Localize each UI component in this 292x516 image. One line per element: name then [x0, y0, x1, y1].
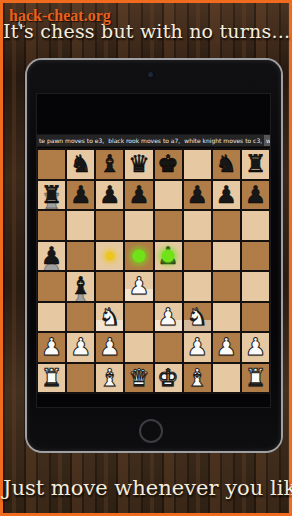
square-c2[interactable]: ♟ — [96, 333, 123, 362]
square-d5[interactable] — [125, 242, 152, 271]
white-pawn-e3[interactable]: ♟ — [155, 303, 182, 332]
square-e4[interactable] — [155, 272, 182, 301]
square-e7[interactable] — [155, 181, 182, 210]
square-c3[interactable]: ♞ — [96, 303, 123, 332]
square-e2[interactable] — [155, 333, 182, 362]
black-bishop-b4[interactable]: ♝ — [67, 272, 94, 301]
white-pawn-c2[interactable]: ♟ — [96, 333, 123, 362]
square-f2[interactable]: ♟ — [184, 333, 211, 362]
white-knight-c3[interactable]: ♞ — [96, 303, 123, 332]
square-a1[interactable]: ♜ — [38, 364, 65, 393]
white-pawn-a2[interactable]: ♟ — [38, 333, 65, 362]
square-a8[interactable] — [38, 150, 65, 179]
camera-dot-icon — [148, 72, 153, 77]
black-pawn-c7[interactable]: ♟ — [96, 181, 123, 210]
square-b1[interactable] — [67, 364, 94, 393]
square-d8[interactable]: ♛ — [125, 150, 152, 179]
move-hint-dot[interactable] — [105, 251, 114, 260]
black-pawn-f7[interactable]: ♟ — [184, 181, 211, 210]
move-log-entry: white knight moves to c3, — [182, 135, 264, 146]
white-rook-h1[interactable]: ♜ — [242, 364, 269, 393]
square-a3[interactable] — [38, 303, 65, 332]
square-d2[interactable] — [125, 333, 152, 362]
white-queen-d1[interactable]: ♛ — [125, 364, 152, 393]
move-hint-dot[interactable] — [162, 249, 175, 262]
square-a4[interactable] — [38, 272, 65, 301]
watermark-hack-cheat: hack-cheat.org — [9, 7, 111, 25]
square-b6[interactable] — [67, 211, 94, 240]
square-g3[interactable] — [213, 303, 240, 332]
square-f8[interactable] — [184, 150, 211, 179]
square-b2[interactable]: ♟ — [67, 333, 94, 362]
black-pawn-a5[interactable]: ♟ — [38, 242, 65, 271]
black-knight-g8[interactable]: ♞ — [213, 150, 240, 179]
square-h2[interactable]: ♟ — [242, 333, 269, 362]
white-rook-a1[interactable]: ♜ — [38, 364, 65, 393]
black-rook-a7[interactable]: ♜ — [38, 181, 65, 210]
square-d6[interactable] — [125, 211, 152, 240]
app-screenshot: C hack-cheat.org It's chess but with no … — [0, 0, 292, 516]
square-h6[interactable] — [242, 211, 269, 240]
black-king-e8[interactable]: ♚ — [155, 150, 182, 179]
square-e5[interactable]: ♟ — [155, 242, 182, 271]
square-a5[interactable]: ♟♟ — [38, 242, 65, 271]
tablet-device: te pawn moves to e3, black rook moves to… — [27, 60, 281, 451]
white-king-e1[interactable]: ♚ — [155, 364, 182, 393]
square-c7[interactable]: ♟ — [96, 181, 123, 210]
home-button[interactable] — [139, 419, 163, 443]
square-d1[interactable]: ♛ — [125, 364, 152, 393]
square-b3[interactable] — [67, 303, 94, 332]
black-pawn-b7[interactable]: ♟ — [67, 181, 94, 210]
chess-board[interactable]: ♞♝♛♚♞♜♜♜♟♟♟♟♟♟♟♟♟♝♝♟♞♟♞♟♟♟♟♟♟♜♝♛♚♝♜ — [37, 148, 270, 394]
square-b7[interactable]: ♟ — [67, 181, 94, 210]
square-d4[interactable]: ♟ — [125, 272, 152, 301]
square-e3[interactable]: ♟ — [155, 303, 182, 332]
square-f5[interactable] — [184, 242, 211, 271]
square-f3[interactable]: ♞ — [184, 303, 211, 332]
square-g4[interactable] — [213, 272, 240, 301]
square-h7[interactable]: ♟ — [242, 181, 269, 210]
white-bishop-f1[interactable]: ♝ — [184, 364, 211, 393]
black-knight-b8[interactable]: ♞ — [67, 150, 94, 179]
white-pawn-h2[interactable]: ♟ — [242, 333, 269, 362]
square-g8[interactable]: ♞ — [213, 150, 240, 179]
square-d3[interactable] — [125, 303, 152, 332]
white-pawn-g2[interactable]: ♟ — [213, 333, 240, 362]
square-b4[interactable]: ♝♝ — [67, 272, 94, 301]
square-a7[interactable]: ♜♜ — [38, 181, 65, 210]
square-f1[interactable]: ♝ — [184, 364, 211, 393]
footer-caption: Just move whenever you like! — [3, 476, 289, 500]
square-h1[interactable]: ♜ — [242, 364, 269, 393]
square-h8[interactable]: ♜ — [242, 150, 269, 179]
square-g1[interactable] — [213, 364, 240, 393]
move-hint-dot[interactable] — [132, 249, 145, 262]
square-c5[interactable] — [96, 242, 123, 271]
square-e8[interactable]: ♚ — [155, 150, 182, 179]
move-log-entry: white knight moves to f3 — [264, 135, 270, 146]
square-h4[interactable] — [242, 272, 269, 301]
white-bishop-c1[interactable]: ♝ — [96, 364, 123, 393]
black-pawn-h7[interactable]: ♟ — [242, 181, 269, 210]
white-pawn-b2[interactable]: ♟ — [67, 333, 94, 362]
black-bishop-c8[interactable]: ♝ — [96, 150, 123, 179]
square-f7[interactable]: ♟ — [184, 181, 211, 210]
square-g2[interactable]: ♟ — [213, 333, 240, 362]
square-f6[interactable] — [184, 211, 211, 240]
square-e1[interactable]: ♚ — [155, 364, 182, 393]
square-h3[interactable] — [242, 303, 269, 332]
square-g6[interactable] — [213, 211, 240, 240]
square-b8[interactable]: ♞ — [67, 150, 94, 179]
black-pawn-g7[interactable]: ♟ — [213, 181, 240, 210]
move-log-entry: te pawn moves to e3, — [37, 135, 106, 146]
move-history-bar: te pawn moves to e3, black rook moves to… — [37, 134, 270, 147]
square-b5[interactable] — [67, 242, 94, 271]
square-c6[interactable] — [96, 211, 123, 240]
square-g5[interactable] — [213, 242, 240, 271]
square-e6[interactable] — [155, 211, 182, 240]
move-log-entry: black rook moves to a7, — [106, 135, 182, 146]
square-f4[interactable] — [184, 272, 211, 301]
tablet-screen: te pawn moves to e3, black rook moves to… — [36, 93, 271, 408]
square-a2[interactable]: ♟ — [38, 333, 65, 362]
white-knight-f3[interactable]: ♞ — [184, 303, 211, 332]
black-rook-h8[interactable]: ♜ — [242, 150, 269, 179]
square-a6[interactable] — [38, 211, 65, 240]
white-pawn-f2[interactable]: ♟ — [184, 333, 211, 362]
square-c4[interactable] — [96, 272, 123, 301]
black-queen-d8[interactable]: ♛ — [125, 150, 152, 179]
square-d7[interactable]: ♟ — [125, 181, 152, 210]
square-h5[interactable] — [242, 242, 269, 271]
square-c8[interactable]: ♝ — [96, 150, 123, 179]
black-pawn-d7[interactable]: ♟ — [125, 181, 152, 210]
square-g7[interactable]: ♟ — [213, 181, 240, 210]
square-c1[interactable]: ♝ — [96, 364, 123, 393]
white-pawn-d4[interactable]: ♟ — [125, 272, 152, 301]
